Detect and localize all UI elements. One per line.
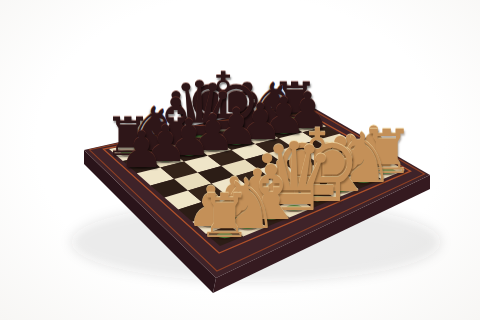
- pieces-layer: ♜♞♟♝♟♚♟♛♟♝♞♟♜♟♟♟♟♜♟♞♟♟♝♟♚♟♛♟♝♟♞♜: [0, 0, 480, 320]
- chess-scene: ♜♞♟♝♟♚♟♛♟♝♞♟♜♟♟♟♟♜♟♞♟♟♝♟♚♟♛♟♝♟♞♜: [0, 0, 480, 320]
- piece-white-rook-a1[interactable]: ♜: [197, 186, 252, 247]
- piece-black-pawn-a7[interactable]: ♟: [119, 125, 164, 175]
